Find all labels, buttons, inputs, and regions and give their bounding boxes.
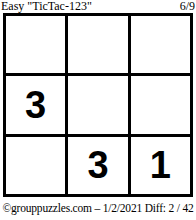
cell-r3c1[interactable] bbox=[6, 137, 65, 194]
cell-r3c2: 3 bbox=[68, 137, 127, 194]
header: Easy "TicTac-123" 6/9 bbox=[1, 0, 195, 13]
puzzle-progress: 6/9 bbox=[180, 0, 195, 13]
tictac-123-board: 3 3 1 bbox=[3, 13, 193, 197]
cell-r2c3[interactable] bbox=[131, 76, 190, 133]
puzzle-title: Easy "TicTac-123" bbox=[1, 0, 92, 13]
cell-r1c2[interactable] bbox=[68, 16, 127, 73]
cell-r2c2[interactable] bbox=[68, 76, 127, 133]
copyright-text: ©grouppuzzles.com – 1/2/2021 Diff: 2 / 4… bbox=[0, 202, 196, 214]
cell-r2c1: 3 bbox=[6, 76, 65, 133]
cell-r1c3[interactable] bbox=[131, 16, 190, 73]
cell-r1c1[interactable] bbox=[6, 16, 65, 73]
cell-r3c3: 1 bbox=[131, 137, 190, 194]
